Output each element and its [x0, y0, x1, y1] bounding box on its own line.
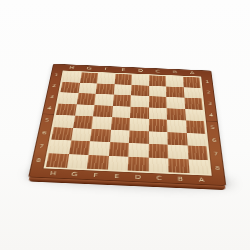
square-h8	[46, 153, 69, 168]
square-d8	[128, 156, 149, 171]
square-e5	[111, 117, 130, 130]
square-d7	[128, 143, 148, 157]
square-c5	[148, 119, 167, 132]
square-c7	[148, 144, 168, 158]
square-f8	[87, 155, 109, 170]
rank-label-1-right: 1	[201, 77, 213, 88]
square-d5	[129, 118, 148, 131]
square-b8	[168, 158, 189, 173]
square-e7	[108, 142, 128, 156]
chess-board: HGFEDCBA HGFEDCBA 12345678 12345678	[28, 64, 226, 186]
square-e1	[114, 74, 132, 85]
rank-label-3-right: 3	[203, 98, 216, 110]
square-a3	[184, 98, 203, 110]
square-a2	[183, 87, 201, 98]
perspective-wrapper: HGFEDCBA HGFEDCBA 12345678 12345678	[0, 0, 250, 250]
playing-area	[44, 70, 212, 175]
square-h5	[54, 115, 75, 128]
square-e2	[113, 84, 131, 95]
square-g7	[69, 140, 90, 154]
square-b6	[167, 132, 187, 146]
square-g3	[76, 93, 95, 105]
rank-label-8-right: 8	[210, 161, 225, 176]
square-f7	[89, 141, 110, 155]
square-g2	[78, 82, 97, 93]
square-b5	[167, 120, 186, 133]
square-h7	[49, 140, 71, 154]
board-edge	[28, 177, 225, 190]
square-g6	[71, 128, 92, 142]
square-f3	[94, 94, 113, 106]
square-h3	[58, 92, 78, 104]
square-c1	[149, 75, 166, 86]
square-g4	[75, 104, 95, 116]
product-photo: HGFEDCBA HGFEDCBA 12345678 12345678	[0, 0, 250, 250]
square-a7	[187, 145, 208, 159]
square-d4	[130, 106, 149, 118]
square-h6	[51, 127, 72, 141]
square-f2	[96, 83, 115, 94]
square-h2	[60, 82, 79, 93]
square-c3	[149, 96, 167, 108]
squares-grid	[46, 72, 209, 174]
square-f1	[97, 73, 115, 84]
square-a5	[185, 120, 205, 133]
rank-label-6-right: 6	[207, 134, 221, 148]
square-e4	[112, 106, 131, 118]
square-f4	[93, 105, 112, 117]
square-d6	[129, 130, 148, 144]
square-c8	[148, 157, 168, 172]
square-b3	[166, 97, 184, 109]
frame-joint-seam-right	[206, 121, 217, 122]
square-b2	[166, 86, 184, 97]
square-e3	[112, 95, 131, 107]
square-g5	[73, 116, 93, 129]
square-d1	[131, 75, 148, 86]
square-g8	[66, 154, 88, 169]
square-a4	[185, 109, 204, 121]
square-e6	[110, 129, 130, 143]
rank-label-5-right: 5	[206, 121, 220, 134]
square-c4	[148, 107, 166, 119]
square-h4	[56, 103, 76, 115]
square-c6	[148, 131, 167, 145]
square-b4	[167, 108, 186, 120]
square-b7	[168, 145, 188, 159]
square-d2	[131, 85, 149, 96]
square-d3	[131, 95, 149, 107]
rank-label-2-right: 2	[202, 87, 215, 98]
square-a6	[186, 133, 206, 147]
square-e8	[107, 155, 128, 170]
frame-joint-seam-left	[43, 114, 54, 115]
square-f6	[90, 129, 110, 143]
square-c2	[149, 85, 167, 96]
square-f5	[92, 116, 112, 129]
square-a8	[188, 159, 209, 174]
rank-label-7-right: 7	[209, 147, 223, 161]
